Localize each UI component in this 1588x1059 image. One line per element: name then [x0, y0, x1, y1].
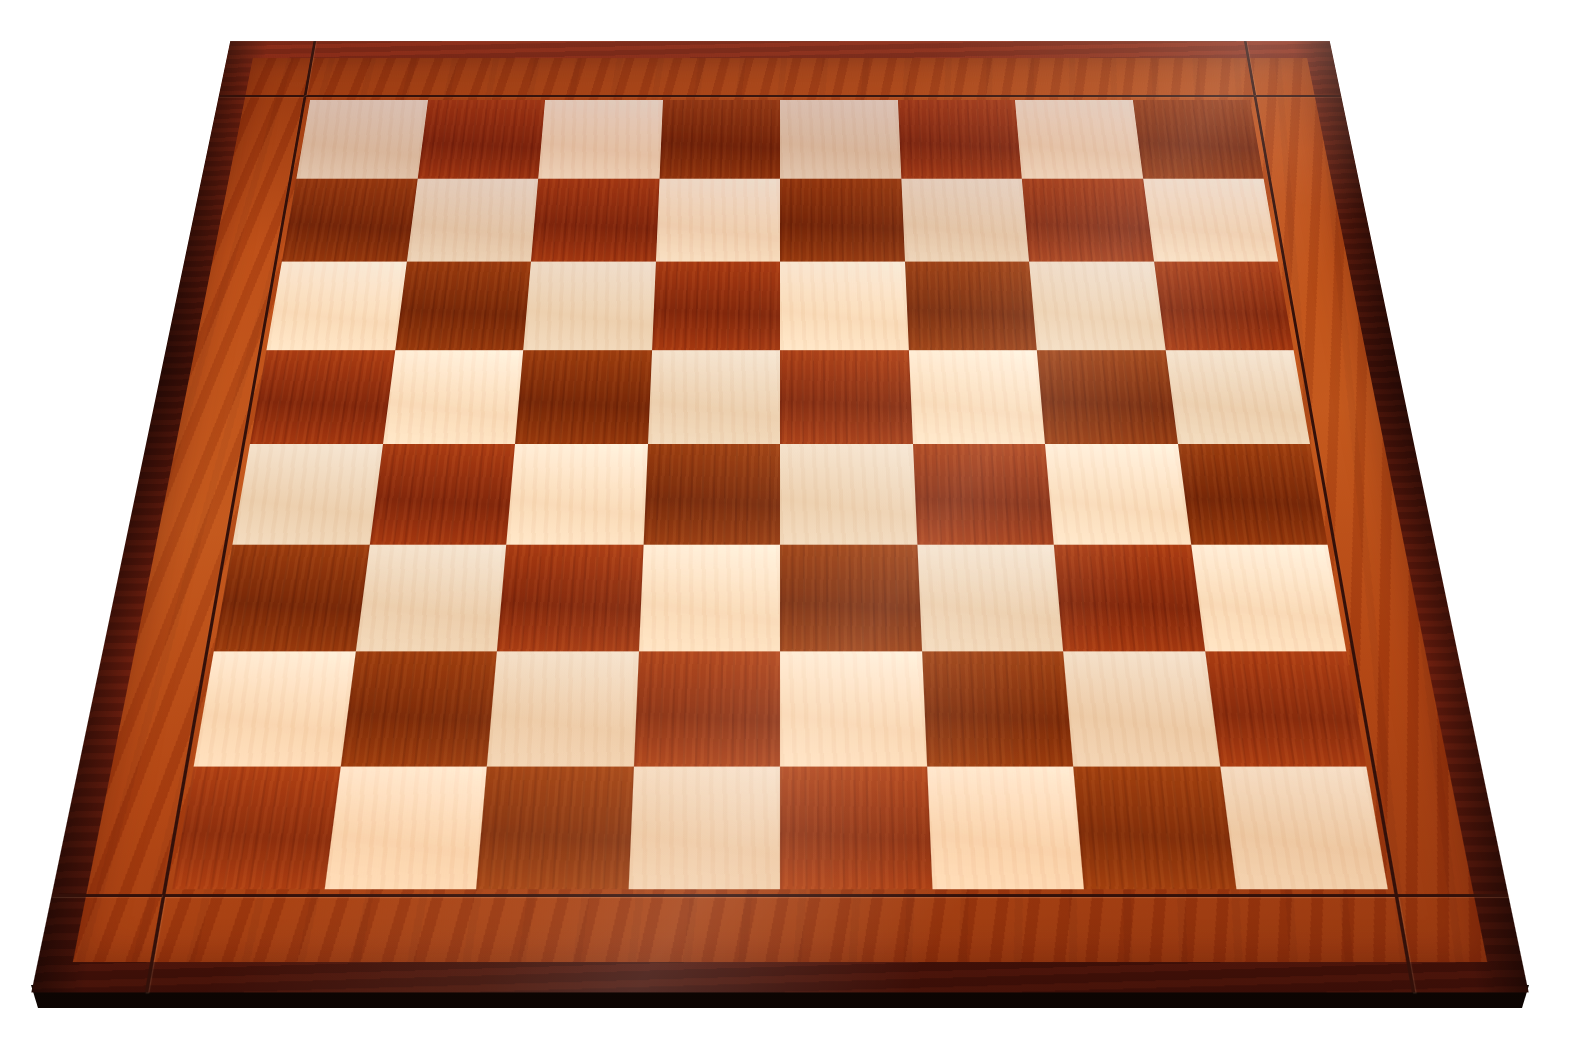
frame-groove-seam: [219, 95, 304, 97]
frame-groove-seam: [1256, 95, 1341, 97]
product-photo-stage: [0, 0, 1588, 1059]
frame-groove-ring: [162, 95, 1399, 897]
frame-groove-seam: [1398, 894, 1509, 897]
chess-board: [31, 41, 1528, 992]
frame-groove-seam: [51, 894, 162, 897]
